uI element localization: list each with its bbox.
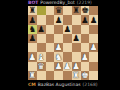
white-pawn-icon: ♟	[29, 52, 37, 61]
square-f7[interactable]	[72, 15, 81, 24]
square-e6[interactable]: ♟	[63, 25, 72, 34]
square-f5[interactable]: ♟	[72, 34, 81, 43]
black-pawn-icon: ♟	[29, 15, 37, 24]
square-d4[interactable]: ♟	[54, 43, 63, 52]
bottom-player-title-badge: CM	[28, 83, 36, 88]
square-f8[interactable]: ♜	[72, 6, 81, 15]
square-f2[interactable]: ♟	[72, 62, 81, 71]
square-b7[interactable]	[37, 15, 46, 24]
white-queen-icon: ♛	[37, 62, 45, 71]
square-c6[interactable]	[46, 25, 55, 34]
square-c3[interactable]	[46, 52, 55, 61]
square-g1[interactable]: ♚	[81, 71, 90, 80]
white-king-icon: ♚	[81, 71, 89, 80]
bottom-player-rating: (2168)	[83, 83, 98, 88]
square-b8[interactable]	[37, 6, 46, 15]
square-b6[interactable]: ♟	[37, 25, 46, 34]
square-b3[interactable]: ♝	[37, 52, 46, 61]
square-e8[interactable]	[63, 6, 72, 15]
square-e7[interactable]	[63, 15, 72, 24]
square-h1[interactable]	[89, 71, 98, 80]
square-e4[interactable]	[63, 43, 72, 52]
square-f1[interactable]: ♜	[72, 71, 81, 80]
square-h7[interactable]: ♟	[89, 15, 98, 24]
chess-board: ♜♛♜♚♟♟♟♟♞♟♟♟♟♟♟♟♝♞♟♛♟♟♟♜♜♚	[28, 6, 98, 80]
square-h4[interactable]: ♟	[89, 43, 98, 52]
square-a7[interactable]: ♟	[28, 15, 37, 24]
white-rook-icon: ♜	[72, 71, 80, 80]
square-b4[interactable]	[37, 43, 46, 52]
square-d5[interactable]	[54, 34, 63, 43]
square-b2[interactable]: ♛	[37, 62, 46, 71]
square-a3[interactable]: ♟	[28, 52, 37, 61]
square-a5[interactable]: ♟	[28, 34, 37, 43]
black-rook-icon: ♜	[72, 6, 80, 15]
black-knight-icon: ♞	[29, 25, 37, 34]
black-pawn-icon: ♟	[81, 15, 89, 24]
black-pawn-icon: ♟	[29, 34, 37, 43]
square-c1[interactable]	[46, 71, 55, 80]
square-h2[interactable]	[89, 62, 98, 71]
square-h6[interactable]	[89, 25, 98, 34]
square-h3[interactable]	[89, 52, 98, 61]
square-b5[interactable]	[37, 34, 46, 43]
square-c4[interactable]	[46, 43, 55, 52]
square-c2[interactable]	[46, 62, 55, 71]
white-pawn-icon: ♟	[55, 43, 63, 52]
square-h5[interactable]	[89, 34, 98, 43]
square-e1[interactable]	[63, 71, 72, 80]
black-rook-icon: ♜	[29, 6, 37, 15]
white-bishop-icon: ♝	[37, 52, 45, 61]
square-d7[interactable]: ♟	[54, 15, 63, 24]
square-f3[interactable]	[72, 52, 81, 61]
square-g6[interactable]	[81, 25, 90, 34]
white-pawn-icon: ♟	[81, 52, 89, 61]
square-a6[interactable]: ♞	[28, 25, 37, 34]
white-pawn-icon: ♟	[55, 62, 63, 71]
white-rook-icon: ♜	[29, 71, 37, 80]
black-pawn-icon: ♟	[72, 34, 80, 43]
app-window: BOT PoweredBy_bot (2219) ♜♛♜♚♟♟♟♟♞♟♟♟♟♟♟…	[0, 0, 120, 90]
square-d8[interactable]: ♛	[54, 6, 63, 15]
square-d1[interactable]	[54, 71, 63, 80]
square-b1[interactable]	[37, 71, 46, 80]
bottom-player-bar: CM BazBas Augustinas (2168)	[28, 83, 98, 88]
square-h8[interactable]	[89, 6, 98, 15]
square-a8[interactable]: ♜	[28, 6, 37, 15]
white-pawn-icon: ♟	[90, 43, 98, 52]
square-c5[interactable]	[46, 34, 55, 43]
white-pawn-icon: ♟	[64, 62, 72, 71]
square-e2[interactable]: ♟	[63, 62, 72, 71]
bottom-player-name[interactable]: BazBas Augustinas	[38, 83, 81, 88]
black-pawn-icon: ♟	[55, 15, 63, 24]
white-pawn-icon: ♟	[72, 62, 80, 71]
black-queen-icon: ♛	[55, 6, 63, 15]
square-g3[interactable]: ♟	[81, 52, 90, 61]
square-g5[interactable]	[81, 34, 90, 43]
square-f4[interactable]	[72, 43, 81, 52]
black-king-icon: ♚	[81, 6, 89, 15]
white-knight-icon: ♞	[55, 52, 63, 61]
black-pawn-icon: ♟	[64, 25, 72, 34]
square-g7[interactable]: ♟	[81, 15, 90, 24]
square-f6[interactable]	[72, 25, 81, 34]
square-a4[interactable]	[28, 43, 37, 52]
square-c8[interactable]	[46, 6, 55, 15]
black-pawn-icon: ♟	[90, 15, 98, 24]
square-e3[interactable]	[63, 52, 72, 61]
square-c7[interactable]	[46, 15, 55, 24]
square-d2[interactable]: ♟	[54, 62, 63, 71]
square-e5[interactable]	[63, 34, 72, 43]
square-d6[interactable]	[54, 25, 63, 34]
square-g2[interactable]	[81, 62, 90, 71]
square-g4[interactable]	[81, 43, 90, 52]
square-a1[interactable]: ♜	[28, 71, 37, 80]
square-a2[interactable]	[28, 62, 37, 71]
square-g8[interactable]: ♚	[81, 6, 90, 15]
square-d3[interactable]: ♞	[54, 52, 63, 61]
black-pawn-icon: ♟	[37, 25, 45, 34]
